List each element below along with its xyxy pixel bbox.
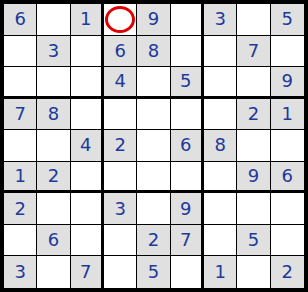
- cell-r4c4[interactable]: [104, 99, 137, 131]
- cell-r1c4[interactable]: [104, 4, 137, 36]
- cell-r5c9[interactable]: [271, 130, 304, 162]
- cell-r1c8[interactable]: [237, 4, 270, 36]
- cell-r6c3[interactable]: [71, 162, 104, 194]
- cell-r8c7[interactable]: [204, 225, 237, 257]
- cell-r9c3[interactable]: 7: [71, 256, 104, 288]
- cell-r7c8[interactable]: [237, 193, 270, 225]
- cell-r8c6[interactable]: 7: [171, 225, 204, 257]
- cell-r8c8[interactable]: 5: [237, 225, 270, 257]
- cell-r6c4[interactable]: [104, 162, 137, 194]
- cell-r9c2[interactable]: [37, 256, 70, 288]
- cell-r9c4[interactable]: [104, 256, 137, 288]
- cell-r5c4[interactable]: 2: [104, 130, 137, 162]
- cell-r6c5[interactable]: [137, 162, 170, 194]
- cell-r4c1[interactable]: 7: [4, 99, 37, 131]
- cell-r9c8[interactable]: [237, 256, 270, 288]
- sudoku-board: 619353687459782142681296239627537512: [0, 0, 308, 292]
- cell-r4c6[interactable]: [171, 99, 204, 131]
- cell-r2c2[interactable]: 3: [37, 36, 70, 68]
- cell-r3c9[interactable]: 9: [271, 67, 304, 99]
- cell-r1c7[interactable]: 3: [204, 4, 237, 36]
- cell-r6c6[interactable]: [171, 162, 204, 194]
- cell-r5c7[interactable]: 8: [204, 130, 237, 162]
- cell-r4c2[interactable]: 8: [37, 99, 70, 131]
- cell-r7c1[interactable]: 2: [4, 193, 37, 225]
- cell-r4c8[interactable]: 2: [237, 99, 270, 131]
- cell-r5c8[interactable]: [237, 130, 270, 162]
- cell-r2c6[interactable]: [171, 36, 204, 68]
- cell-r5c5[interactable]: [137, 130, 170, 162]
- cell-r3c8[interactable]: [237, 67, 270, 99]
- cell-r2c5[interactable]: 8: [137, 36, 170, 68]
- cell-r7c4[interactable]: 3: [104, 193, 137, 225]
- red-circle-highlight-icon: [105, 6, 135, 33]
- cell-r6c9[interactable]: 6: [271, 162, 304, 194]
- cell-r7c2[interactable]: [37, 193, 70, 225]
- cell-r1c9[interactable]: 5: [271, 4, 304, 36]
- cell-r4c9[interactable]: 1: [271, 99, 304, 131]
- cell-r1c2[interactable]: [37, 4, 70, 36]
- cell-r4c7[interactable]: [204, 99, 237, 131]
- cell-r6c2[interactable]: 2: [37, 162, 70, 194]
- cell-r8c3[interactable]: [71, 225, 104, 257]
- cell-r4c3[interactable]: [71, 99, 104, 131]
- cell-r8c5[interactable]: 2: [137, 225, 170, 257]
- cell-r9c5[interactable]: 5: [137, 256, 170, 288]
- cell-r2c3[interactable]: [71, 36, 104, 68]
- cell-r6c1[interactable]: 1: [4, 162, 37, 194]
- cell-r3c6[interactable]: 5: [171, 67, 204, 99]
- cell-r1c1[interactable]: 6: [4, 4, 37, 36]
- cell-r5c1[interactable]: [4, 130, 37, 162]
- cell-r2c8[interactable]: 7: [237, 36, 270, 68]
- cell-r3c4[interactable]: 4: [104, 67, 137, 99]
- cell-r3c2[interactable]: [37, 67, 70, 99]
- cell-r2c1[interactable]: [4, 36, 37, 68]
- cell-r1c3[interactable]: 1: [71, 4, 104, 36]
- cell-r9c1[interactable]: 3: [4, 256, 37, 288]
- cell-r7c9[interactable]: [271, 193, 304, 225]
- cell-r8c1[interactable]: [4, 225, 37, 257]
- cell-r5c3[interactable]: 4: [71, 130, 104, 162]
- cell-r3c1[interactable]: [4, 67, 37, 99]
- cell-r6c7[interactable]: [204, 162, 237, 194]
- cell-r8c9[interactable]: [271, 225, 304, 257]
- cell-r6c8[interactable]: 9: [237, 162, 270, 194]
- cell-r3c5[interactable]: [137, 67, 170, 99]
- cell-r3c7[interactable]: [204, 67, 237, 99]
- cell-r9c9[interactable]: 2: [271, 256, 304, 288]
- cell-r8c4[interactable]: [104, 225, 137, 257]
- cell-r7c5[interactable]: [137, 193, 170, 225]
- cell-r7c6[interactable]: 9: [171, 193, 204, 225]
- cell-r9c7[interactable]: 1: [204, 256, 237, 288]
- cell-r2c4[interactable]: 6: [104, 36, 137, 68]
- cell-r9c6[interactable]: [171, 256, 204, 288]
- cell-r8c2[interactable]: 6: [37, 225, 70, 257]
- cell-r7c7[interactable]: [204, 193, 237, 225]
- cell-r1c5[interactable]: 9: [137, 4, 170, 36]
- cell-r2c7[interactable]: [204, 36, 237, 68]
- cell-r1c6[interactable]: [171, 4, 204, 36]
- cell-r2c9[interactable]: [271, 36, 304, 68]
- cell-r4c5[interactable]: [137, 99, 170, 131]
- cell-r7c3[interactable]: [71, 193, 104, 225]
- cell-r3c3[interactable]: [71, 67, 104, 99]
- cell-r5c6[interactable]: 6: [171, 130, 204, 162]
- cell-r5c2[interactable]: [37, 130, 70, 162]
